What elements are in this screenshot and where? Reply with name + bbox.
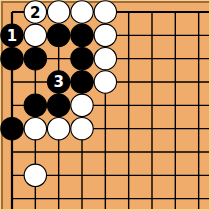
white-stone xyxy=(94,71,116,93)
move-number-label: 2 xyxy=(30,4,40,22)
white-stone xyxy=(24,24,46,46)
move-number-label: 1 xyxy=(7,27,17,45)
white-stone xyxy=(47,1,69,23)
go-board: 123 xyxy=(0,0,211,211)
black-stone xyxy=(47,24,69,46)
white-stone xyxy=(24,164,46,186)
black-stone xyxy=(24,47,46,69)
white-stone xyxy=(47,117,69,139)
white-stone xyxy=(94,24,116,46)
white-stone xyxy=(94,1,116,23)
white-stone xyxy=(71,94,93,116)
black-stone xyxy=(1,47,23,69)
black-stone xyxy=(71,47,93,69)
white-stone xyxy=(24,117,46,139)
black-stone xyxy=(1,117,23,139)
black-stone xyxy=(47,94,69,116)
move-number-label: 3 xyxy=(53,73,63,91)
black-stone xyxy=(71,71,93,93)
black-stone xyxy=(71,24,93,46)
go-diagram: 123 xyxy=(0,0,211,211)
white-stone xyxy=(71,117,93,139)
white-stone xyxy=(94,47,116,69)
black-stone xyxy=(24,94,46,116)
white-stone xyxy=(71,1,93,23)
